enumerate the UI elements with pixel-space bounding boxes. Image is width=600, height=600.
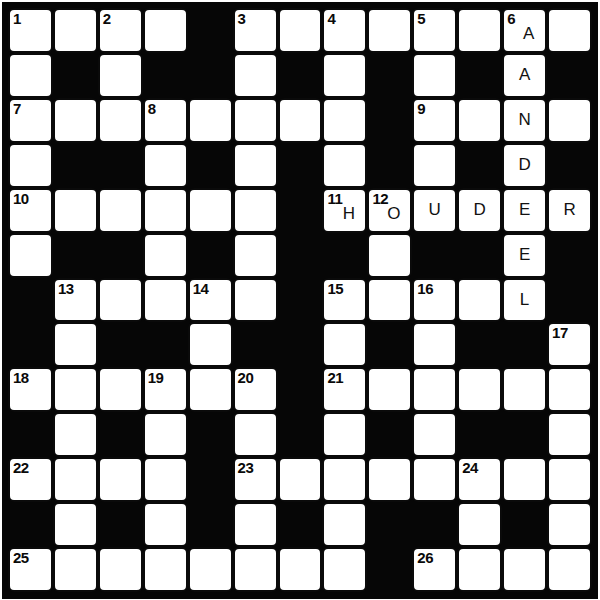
cell-r2c0[interactable]: 7 — [8, 98, 53, 143]
cell-r1c7[interactable] — [322, 53, 367, 98]
clue-number-24: 24 — [462, 459, 478, 476]
black-cell-r7c10 — [457, 322, 502, 367]
cell-r10c3[interactable] — [143, 457, 188, 502]
cell-r5c8[interactable] — [367, 233, 412, 278]
cell-r1c0[interactable] — [8, 53, 53, 98]
cell-r9c5[interactable] — [233, 412, 278, 457]
cell-letter-r3c11: D — [504, 145, 545, 186]
clue-number-23: 23 — [238, 459, 254, 476]
cell-r3c7[interactable] — [322, 143, 367, 188]
black-cell-r11c9 — [412, 502, 457, 547]
cell-r8c3[interactable]: 19 — [143, 367, 188, 412]
black-cell-r11c6 — [278, 502, 323, 547]
cell-r4c3[interactable] — [143, 188, 188, 233]
cell-r12c3[interactable] — [143, 547, 188, 592]
black-cell-r7c2 — [98, 322, 143, 367]
cell-r4c9[interactable]: U — [412, 188, 457, 233]
black-cell-r0c4 — [188, 8, 233, 53]
cell-r2c3[interactable]: 8 — [143, 98, 188, 143]
black-cell-r9c11 — [502, 412, 547, 457]
cell-r4c5[interactable] — [233, 188, 278, 233]
cell-r11c1[interactable] — [53, 502, 98, 547]
cell-letter-r6c11: L — [504, 280, 545, 321]
black-cell-r3c1 — [53, 143, 98, 188]
cell-r7c7[interactable] — [322, 322, 367, 367]
cell-r0c3[interactable] — [143, 8, 188, 53]
cell-r6c7[interactable]: 15 — [322, 278, 367, 323]
cell-r2c7[interactable] — [322, 98, 367, 143]
clue-number-22: 22 — [13, 459, 29, 476]
cell-r2c11[interactable]: N — [502, 98, 547, 143]
cell-r6c8[interactable] — [367, 278, 412, 323]
clue-number-26: 26 — [417, 549, 433, 566]
cell-r2c10[interactable] — [457, 98, 502, 143]
cell-r6c3[interactable] — [143, 278, 188, 323]
cell-letter-r4c11: E — [504, 190, 545, 231]
cell-r0c9[interactable]: 5 — [412, 8, 457, 53]
cell-r12c2[interactable] — [98, 547, 143, 592]
black-cell-r5c2 — [98, 233, 143, 278]
cell-r6c9[interactable]: 16 — [412, 278, 457, 323]
black-cell-r9c8 — [367, 412, 412, 457]
cell-r0c11[interactable]: 6A — [502, 8, 547, 53]
black-cell-r3c10 — [457, 143, 502, 188]
cell-r9c9[interactable] — [412, 412, 457, 457]
black-cell-r1c1 — [53, 53, 98, 98]
cell-r4c2[interactable] — [98, 188, 143, 233]
cell-r6c1[interactable]: 13 — [53, 278, 98, 323]
black-cell-r3c4 — [188, 143, 233, 188]
cell-r8c9[interactable] — [412, 367, 457, 412]
black-cell-r3c2 — [98, 143, 143, 188]
cell-r10c8[interactable] — [367, 457, 412, 502]
black-cell-r3c8 — [367, 143, 412, 188]
cell-r11c12[interactable] — [547, 502, 592, 547]
cell-r1c2[interactable] — [98, 53, 143, 98]
black-cell-r11c8 — [367, 502, 412, 547]
black-cell-r7c11 — [502, 322, 547, 367]
cell-r12c0[interactable]: 25 — [8, 547, 53, 592]
cell-r3c3[interactable] — [143, 143, 188, 188]
black-cell-r10c4 — [188, 457, 233, 502]
cell-r11c10[interactable] — [457, 502, 502, 547]
clue-number-17: 17 — [552, 324, 568, 341]
black-cell-r1c10 — [457, 53, 502, 98]
cell-letter-r4c8: O — [373, 194, 414, 235]
black-cell-r1c12 — [547, 53, 592, 98]
clue-number-9: 9 — [417, 100, 425, 117]
cell-r12c5[interactable] — [233, 547, 278, 592]
clue-number-16: 16 — [417, 280, 433, 297]
cell-r7c4[interactable] — [188, 322, 233, 367]
cell-r7c1[interactable] — [53, 322, 98, 367]
cell-r10c0[interactable]: 22 — [8, 457, 53, 502]
black-cell-r12c8 — [367, 547, 412, 592]
cell-r3c0[interactable] — [8, 143, 53, 188]
cell-r5c0[interactable] — [8, 233, 53, 278]
cell-r8c1[interactable] — [53, 367, 98, 412]
clue-number-4: 4 — [327, 10, 335, 27]
black-cell-r11c2 — [98, 502, 143, 547]
cell-r8c11[interactable] — [502, 367, 547, 412]
cell-r10c2[interactable] — [98, 457, 143, 502]
black-cell-r5c6 — [278, 233, 323, 278]
black-cell-r6c6 — [278, 278, 323, 323]
clue-number-20: 20 — [238, 369, 254, 386]
cell-r8c7[interactable]: 21 — [322, 367, 367, 412]
cell-r8c12[interactable] — [547, 367, 592, 412]
cell-r0c12[interactable] — [547, 8, 592, 53]
cell-r0c6[interactable] — [278, 8, 323, 53]
clue-number-13: 13 — [58, 280, 74, 297]
cell-r12c1[interactable] — [53, 547, 98, 592]
cell-r10c7[interactable] — [322, 457, 367, 502]
cell-r9c1[interactable] — [53, 412, 98, 457]
cell-r12c7[interactable] — [322, 547, 367, 592]
cell-r4c4[interactable] — [188, 188, 233, 233]
cell-r0c7[interactable]: 4 — [322, 8, 367, 53]
cell-r2c4[interactable] — [188, 98, 233, 143]
cell-r0c5[interactable]: 3 — [233, 8, 278, 53]
cell-r12c9[interactable]: 26 — [412, 547, 457, 592]
black-cell-r1c8 — [367, 53, 412, 98]
cell-r4c11[interactable]: E — [502, 188, 547, 233]
clue-number-25: 25 — [13, 549, 29, 566]
cell-r3c9[interactable] — [412, 143, 457, 188]
cell-r3c5[interactable] — [233, 143, 278, 188]
clue-number-5: 5 — [417, 10, 425, 27]
cell-r2c12[interactable] — [547, 98, 592, 143]
cell-r6c5[interactable] — [233, 278, 278, 323]
cell-r12c11[interactable] — [502, 547, 547, 592]
cell-r0c1[interactable] — [53, 8, 98, 53]
black-cell-r5c10 — [457, 233, 502, 278]
black-cell-r9c4 — [188, 412, 233, 457]
cell-r8c0[interactable]: 18 — [8, 367, 53, 412]
cell-r7c12[interactable]: 17 — [547, 322, 592, 367]
crossword-board: 123456AA789ND1011H12OUDERE13141516L17181… — [2, 2, 598, 599]
cell-r10c10[interactable]: 24 — [457, 457, 502, 502]
cell-r4c10[interactable]: D — [457, 188, 502, 233]
cell-r4c12[interactable]: R — [547, 188, 592, 233]
cell-r11c7[interactable] — [322, 502, 367, 547]
cell-letter-r4c7: H — [328, 194, 369, 235]
cell-r11c3[interactable] — [143, 502, 188, 547]
black-cell-r7c0 — [8, 322, 53, 367]
clue-number-18: 18 — [13, 369, 29, 386]
cell-r5c3[interactable] — [143, 233, 188, 278]
black-cell-r1c6 — [278, 53, 323, 98]
cell-r4c7[interactable]: 11H — [322, 188, 367, 233]
cell-r8c8[interactable] — [367, 367, 412, 412]
black-cell-r5c9 — [412, 233, 457, 278]
cell-r12c10[interactable] — [457, 547, 502, 592]
cell-r5c11[interactable]: E — [502, 233, 547, 278]
black-cell-r2c8 — [367, 98, 412, 143]
cell-letter-r5c11: E — [504, 235, 545, 276]
black-cell-r6c0 — [8, 278, 53, 323]
cell-letter-r0c11: A — [508, 14, 549, 55]
black-cell-r6c12 — [547, 278, 592, 323]
cell-r0c0[interactable]: 1 — [8, 8, 53, 53]
cell-r6c11[interactable]: L — [502, 278, 547, 323]
black-cell-r9c10 — [457, 412, 502, 457]
black-cell-r5c12 — [547, 233, 592, 278]
cell-r6c10[interactable] — [457, 278, 502, 323]
cell-r7c9[interactable] — [412, 322, 457, 367]
cell-r8c4[interactable] — [188, 367, 233, 412]
black-cell-r8c6 — [278, 367, 323, 412]
cell-letter-r4c10: D — [459, 190, 500, 231]
cell-r5c5[interactable] — [233, 233, 278, 278]
cell-r4c0[interactable]: 10 — [8, 188, 53, 233]
cell-r12c4[interactable] — [188, 547, 233, 592]
clue-number-2: 2 — [103, 10, 111, 27]
cell-r2c9[interactable]: 9 — [412, 98, 457, 143]
cell-r8c5[interactable]: 20 — [233, 367, 278, 412]
black-cell-r5c4 — [188, 233, 233, 278]
cell-r6c2[interactable] — [98, 278, 143, 323]
black-cell-r4c6 — [278, 188, 323, 233]
cell-r10c1[interactable] — [53, 457, 98, 502]
cell-r8c10[interactable] — [457, 367, 502, 412]
clue-number-10: 10 — [13, 190, 29, 207]
cell-r2c5[interactable] — [233, 98, 278, 143]
black-cell-r9c2 — [98, 412, 143, 457]
crossword-page: 123456AA789ND1011H12OUDERE13141516L17181… — [0, 0, 600, 600]
cell-r10c11[interactable] — [502, 457, 547, 502]
cell-r10c9[interactable] — [412, 457, 457, 502]
black-cell-r7c8 — [367, 322, 412, 367]
black-cell-r9c6 — [278, 412, 323, 457]
cell-r1c11[interactable]: A — [502, 53, 547, 98]
cell-r0c2[interactable]: 2 — [98, 8, 143, 53]
clue-number-1: 1 — [13, 10, 21, 27]
cell-letter-r1c11: A — [504, 55, 545, 96]
cell-r1c5[interactable] — [233, 53, 278, 98]
black-cell-r11c0 — [8, 502, 53, 547]
cell-letter-r4c12: R — [549, 190, 590, 231]
cell-letter-r2c11: N — [504, 100, 545, 141]
cell-r9c12[interactable] — [547, 412, 592, 457]
cell-r10c5[interactable]: 23 — [233, 457, 278, 502]
clue-number-14: 14 — [193, 280, 209, 297]
black-cell-r5c1 — [53, 233, 98, 278]
clue-number-7: 7 — [13, 100, 21, 117]
black-cell-r11c11 — [502, 502, 547, 547]
cell-r4c8[interactable]: 12O — [367, 188, 412, 233]
cell-r9c3[interactable] — [143, 412, 188, 457]
clue-number-8: 8 — [148, 100, 156, 117]
black-cell-r3c6 — [278, 143, 323, 188]
cell-r6c4[interactable]: 14 — [188, 278, 233, 323]
black-cell-r7c5 — [233, 322, 278, 367]
cell-r11c5[interactable] — [233, 502, 278, 547]
cell-r12c6[interactable] — [278, 547, 323, 592]
cell-r3c11[interactable]: D — [502, 143, 547, 188]
cell-r8c2[interactable] — [98, 367, 143, 412]
cell-r2c1[interactable] — [53, 98, 98, 143]
black-cell-r11c4 — [188, 502, 233, 547]
black-cell-r9c0 — [8, 412, 53, 457]
black-cell-r1c3 — [143, 53, 188, 98]
clue-number-3: 3 — [238, 10, 246, 27]
cell-r12c12[interactable] — [547, 547, 592, 592]
cell-letter-r4c9: U — [414, 190, 455, 231]
cell-r4c1[interactable] — [53, 188, 98, 233]
clue-number-21: 21 — [327, 369, 343, 386]
black-cell-r5c7 — [322, 233, 367, 278]
clue-number-15: 15 — [327, 280, 343, 297]
black-cell-r7c6 — [278, 322, 323, 367]
cell-r2c2[interactable] — [98, 98, 143, 143]
cell-r0c8[interactable] — [367, 8, 412, 53]
cell-r2c6[interactable] — [278, 98, 323, 143]
black-cell-r1c4 — [188, 53, 233, 98]
cell-r9c7[interactable] — [322, 412, 367, 457]
cell-r0c10[interactable] — [457, 8, 502, 53]
black-cell-r3c12 — [547, 143, 592, 188]
black-cell-r7c3 — [143, 322, 188, 367]
cell-r10c6[interactable] — [278, 457, 323, 502]
cell-r1c9[interactable] — [412, 53, 457, 98]
clue-number-19: 19 — [148, 369, 164, 386]
cell-r10c12[interactable] — [547, 457, 592, 502]
